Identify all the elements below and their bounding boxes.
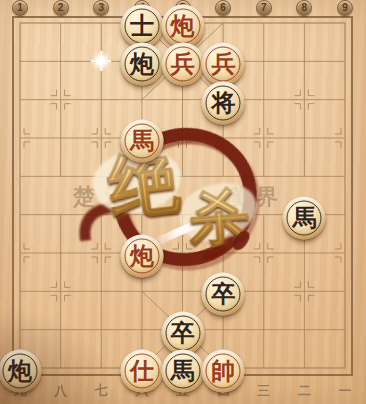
file-numeral-8: 二 [298,382,311,400]
piece-glyph: 炮 [8,358,32,382]
piece-black-horse[interactable]: 馬 [283,196,326,239]
file-numeral-9: 一 [339,382,352,400]
river-text-right: 漢界 [225,182,287,212]
piece-red-pawn[interactable]: 兵 [161,43,204,86]
piece-red-horse[interactable]: 馬 [120,119,163,162]
file-badge-1: 1 [12,0,28,16]
piece-glyph: 卒 [171,320,195,344]
piece-black-cannon[interactable]: 炮 [0,349,42,392]
piece-glyph: 仕 [130,358,154,382]
piece-red-general[interactable]: 帥 [202,349,245,392]
piece-glyph: 士 [130,14,154,38]
piece-glyph: 炮 [171,14,195,38]
piece-glyph: 卒 [211,282,235,306]
file-numeral-7: 三 [257,382,270,400]
piece-red-pawn[interactable]: 兵 [202,43,245,86]
piece-glyph: 炮 [130,52,154,76]
piece-red-advisor[interactable]: 仕 [120,349,163,392]
piece-black-pawn[interactable]: 卒 [161,311,204,354]
piece-glyph: 馬 [130,128,154,152]
river-text-left: 楚河 [73,182,135,212]
piece-black-advisor[interactable]: 士 [120,5,163,48]
file-badge-6: 6 [215,0,231,16]
file-badge-8: 8 [296,0,312,16]
piece-black-pawn[interactable]: 卒 [202,273,245,316]
piece-red-cannon[interactable]: 炮 [120,234,163,277]
piece-glyph: 馬 [292,205,316,229]
piece-glyph: 炮 [130,243,154,267]
file-badge-7: 7 [256,0,272,16]
piece-glyph: 馬 [171,358,195,382]
piece-red-cannon[interactable]: 炮 [161,5,204,48]
file-numeral-2: 八 [54,382,67,400]
piece-black-cannon[interactable]: 炮 [120,43,163,86]
piece-black-general[interactable]: 将 [202,81,245,124]
piece-glyph: 兵 [171,52,195,76]
piece-glyph: 将 [211,90,235,114]
piece-glyph: 帥 [211,358,235,382]
file-badge-3: 3 [93,0,109,16]
file-badge-2: 2 [53,0,69,16]
file-badge-9: 9 [337,0,353,16]
file-numeral-3: 七 [95,382,108,400]
xiangqi-app-screen: 123456789 九八七六五四三二一 楚河 漢界 绝 杀 士炮炮兵兵将馬馬炮卒… [0,0,366,404]
piece-glyph: 兵 [211,52,235,76]
piece-black-horse[interactable]: 馬 [161,349,204,392]
